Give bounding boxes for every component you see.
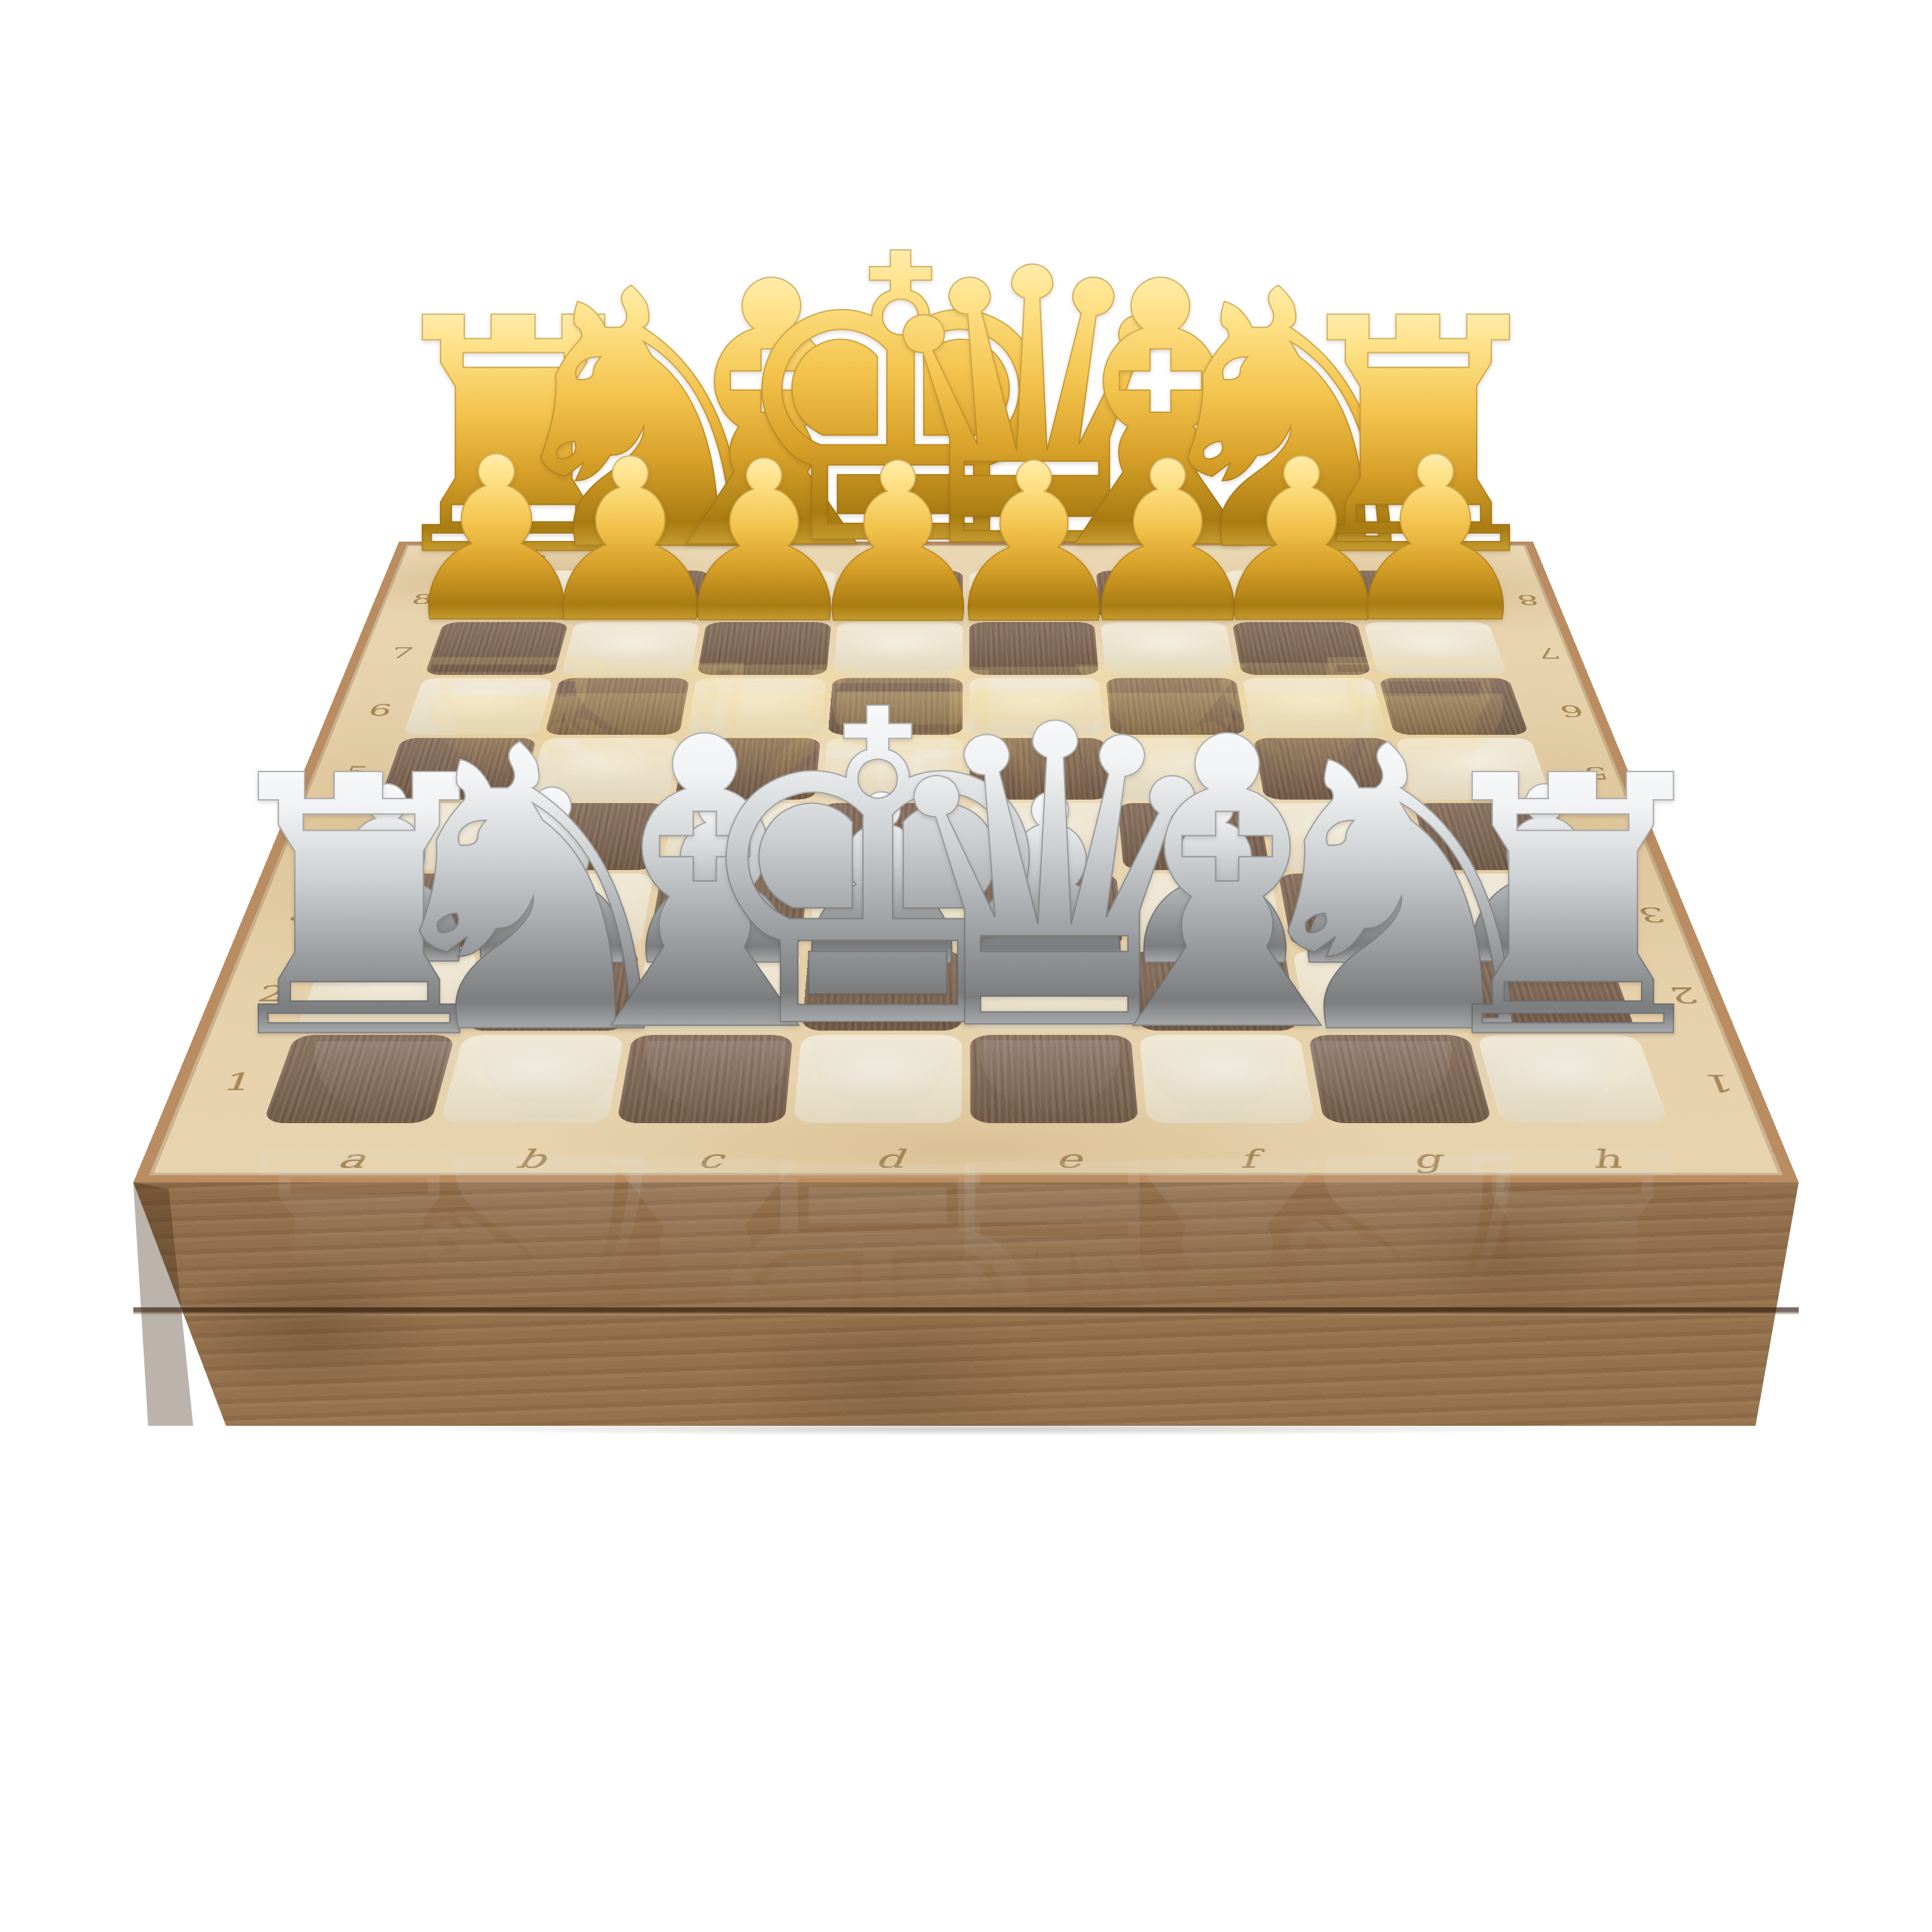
rank-label-2: 2 xyxy=(254,982,290,1007)
square-b5[interactable] xyxy=(527,738,679,800)
square-d5[interactable] xyxy=(822,738,963,800)
square-h2[interactable] xyxy=(1454,951,1636,1030)
rank-label-5: 5 xyxy=(341,763,372,782)
rank-label-1: 1 xyxy=(1699,1069,1738,1097)
square-b4[interactable] xyxy=(508,803,667,870)
rank-label-5: 5 xyxy=(1580,763,1611,782)
chess-board-grid xyxy=(263,571,1669,1123)
square-g2[interactable] xyxy=(1293,951,1468,1030)
square-a6[interactable] xyxy=(403,678,553,735)
square-a8[interactable] xyxy=(444,571,582,620)
square-h4[interactable] xyxy=(1413,803,1578,870)
square-f8[interactable] xyxy=(1096,571,1226,620)
rank-label-8: 8 xyxy=(1514,592,1541,607)
square-f1[interactable] xyxy=(1139,1035,1316,1123)
square-d8[interactable] xyxy=(838,571,963,620)
file-label-e: e xyxy=(1028,553,1047,567)
file-label-f: f xyxy=(1237,1145,1258,1174)
square-b8[interactable] xyxy=(576,571,710,620)
file-label-b: b xyxy=(513,1145,548,1174)
square-f5[interactable] xyxy=(1112,738,1258,800)
square-g8[interactable] xyxy=(1222,571,1356,620)
square-d2[interactable] xyxy=(802,951,962,1030)
box-lid-seam xyxy=(133,1307,1799,1316)
square-d6[interactable] xyxy=(828,678,963,735)
chess-set-product-photo: aa11bb22cc33dd44ee55ff66gg77hh88 ♜♜♞♞♝♝♚… xyxy=(0,0,1932,1932)
rank-label-3: 3 xyxy=(285,903,319,926)
square-f7[interactable] xyxy=(1101,622,1235,675)
square-a1[interactable] xyxy=(263,1035,455,1123)
square-a7[interactable] xyxy=(424,622,569,675)
square-d3[interactable] xyxy=(809,873,962,947)
file-label-a: a xyxy=(334,1145,370,1174)
file-label-g: g xyxy=(1276,553,1299,567)
square-e2[interactable] xyxy=(970,951,1130,1030)
square-e4[interactable] xyxy=(970,803,1116,870)
square-b2[interactable] xyxy=(465,951,640,1030)
square-g4[interactable] xyxy=(1265,803,1424,870)
file-label-f: f xyxy=(1155,553,1169,567)
square-b6[interactable] xyxy=(545,678,690,735)
file-label-g: g xyxy=(1409,1145,1444,1174)
square-b7[interactable] xyxy=(561,622,700,675)
square-e8[interactable] xyxy=(969,571,1094,620)
rank-label-6: 6 xyxy=(365,702,395,720)
square-f6[interactable] xyxy=(1106,678,1245,735)
square-g1[interactable] xyxy=(1308,1035,1492,1123)
square-b1[interactable] xyxy=(440,1035,624,1123)
square-f3[interactable] xyxy=(1124,873,1283,947)
square-h8[interactable] xyxy=(1349,571,1487,620)
square-c8[interactable] xyxy=(707,571,837,620)
box-drop-shadow xyxy=(232,1421,1752,1437)
file-label-e: e xyxy=(1054,1145,1082,1174)
file-label-d: d xyxy=(875,1145,904,1174)
square-c4[interactable] xyxy=(662,803,815,870)
file-label-h: h xyxy=(1586,1145,1624,1174)
square-a2[interactable] xyxy=(296,951,478,1030)
square-h6[interactable] xyxy=(1379,678,1529,735)
gold-king-d8[interactable]: ♚ xyxy=(723,204,1078,600)
file-label-a: a xyxy=(526,553,549,567)
rank-label-2: 2 xyxy=(1665,982,1702,1007)
square-c6[interactable] xyxy=(687,678,826,735)
square-h7[interactable] xyxy=(1363,622,1508,675)
square-e7[interactable] xyxy=(969,622,1099,675)
square-g6[interactable] xyxy=(1242,678,1387,735)
square-d4[interactable] xyxy=(816,803,962,870)
file-label-c: c xyxy=(696,1145,724,1174)
square-c1[interactable] xyxy=(617,1035,793,1123)
square-h5[interactable] xyxy=(1396,738,1553,800)
square-f2[interactable] xyxy=(1132,951,1299,1030)
square-d1[interactable] xyxy=(793,1035,961,1123)
chess-board-top: aa11bb22cc33dd44ee55ff66gg77hh88 xyxy=(133,542,1799,1182)
square-c5[interactable] xyxy=(675,738,821,800)
rank-label-4: 4 xyxy=(314,830,346,851)
square-c3[interactable] xyxy=(649,873,808,947)
square-a5[interactable] xyxy=(379,738,536,800)
square-e5[interactable] xyxy=(969,738,1110,800)
square-d7[interactable] xyxy=(833,622,963,675)
rank-label-7: 7 xyxy=(388,645,417,661)
square-f4[interactable] xyxy=(1117,803,1270,870)
square-e1[interactable] xyxy=(970,1035,1138,1123)
file-label-c: c xyxy=(778,553,797,567)
square-g7[interactable] xyxy=(1232,622,1371,675)
square-e6[interactable] xyxy=(969,678,1104,735)
rank-label-4: 4 xyxy=(1606,830,1639,851)
square-e3[interactable] xyxy=(970,873,1123,947)
file-label-h: h xyxy=(1400,553,1425,567)
square-a3[interactable] xyxy=(327,873,500,947)
square-g3[interactable] xyxy=(1278,873,1444,947)
square-c2[interactable] xyxy=(633,951,800,1030)
rank-label-8: 8 xyxy=(409,592,436,607)
rank-label-6: 6 xyxy=(1557,702,1586,720)
rank-label-7: 7 xyxy=(1535,645,1563,661)
rank-label-1: 1 xyxy=(219,1069,258,1097)
file-label-d: d xyxy=(902,553,923,567)
square-a4[interactable] xyxy=(354,803,519,870)
file-label-b: b xyxy=(651,553,674,567)
square-b3[interactable] xyxy=(488,873,654,947)
rank-label-3: 3 xyxy=(1634,903,1669,926)
square-h3[interactable] xyxy=(1432,873,1605,947)
square-c7[interactable] xyxy=(697,622,831,675)
square-g5[interactable] xyxy=(1253,738,1405,800)
square-h1[interactable] xyxy=(1477,1035,1669,1123)
